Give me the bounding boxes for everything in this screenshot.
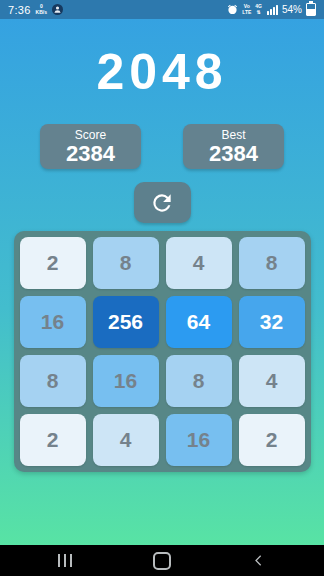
signal-bars-icon [266, 5, 278, 15]
game-screen: 2048 Score 2384 Best 2384 28481625664328… [0, 19, 324, 545]
back-icon[interactable] [251, 553, 266, 568]
best-panel: Best 2384 [183, 124, 284, 169]
volte-indicator: Vo LTE [242, 4, 251, 15]
home-icon[interactable] [153, 552, 171, 570]
score-label: Score [75, 128, 106, 142]
battery-icon [306, 3, 316, 16]
restart-button[interactable] [134, 182, 191, 223]
page-title: 2048 [96, 45, 227, 99]
tile-8: 8 [239, 237, 305, 289]
volte-bottom: LTE [242, 10, 251, 16]
clock-time: 7:36 [8, 4, 31, 16]
tile-16: 16 [93, 355, 159, 407]
tile-8: 8 [93, 237, 159, 289]
refresh-icon [149, 190, 175, 216]
tile-2: 2 [239, 414, 305, 466]
score-panel: Score 2384 [40, 124, 141, 169]
status-bar: 7:36 0 KB/s Vo LTE [0, 0, 324, 19]
tile-8: 8 [20, 355, 86, 407]
tile-32: 32 [239, 296, 305, 348]
tile-2: 2 [20, 414, 86, 466]
recents-icon[interactable] [58, 554, 72, 567]
tile-4: 4 [239, 355, 305, 407]
network-speed-indicator: 0 KB/s [36, 4, 47, 15]
tile-2: 2 [20, 237, 86, 289]
android-nav-bar [0, 545, 324, 576]
tile-16: 16 [20, 296, 86, 348]
status-bar-right: Vo LTE 4G ⇅ 54% [223, 3, 316, 16]
tile-256: 256 [93, 296, 159, 348]
phone-screen: 7:36 0 KB/s Vo LTE [0, 0, 324, 576]
score-value: 2384 [66, 142, 115, 166]
tile-8: 8 [166, 355, 232, 407]
tile-4: 4 [93, 414, 159, 466]
best-value: 2384 [209, 142, 258, 166]
status-bar-left: 7:36 0 KB/s [8, 4, 63, 16]
tile-64: 64 [166, 296, 232, 348]
tile-16: 16 [166, 414, 232, 466]
tile-4: 4 [166, 237, 232, 289]
network-speed-unit: KB/s [36, 10, 47, 16]
alarm-icon [227, 4, 238, 15]
battery-percent: 54% [282, 4, 302, 15]
person-icon [52, 4, 63, 15]
game-board[interactable]: 28481625664328168424162 [14, 231, 311, 472]
best-label: Best [221, 128, 245, 142]
network-type-indicator: 4G ⇅ [255, 4, 262, 15]
network-arrows: ⇅ [257, 10, 261, 16]
scoreboard: Score 2384 Best 2384 [40, 124, 284, 169]
